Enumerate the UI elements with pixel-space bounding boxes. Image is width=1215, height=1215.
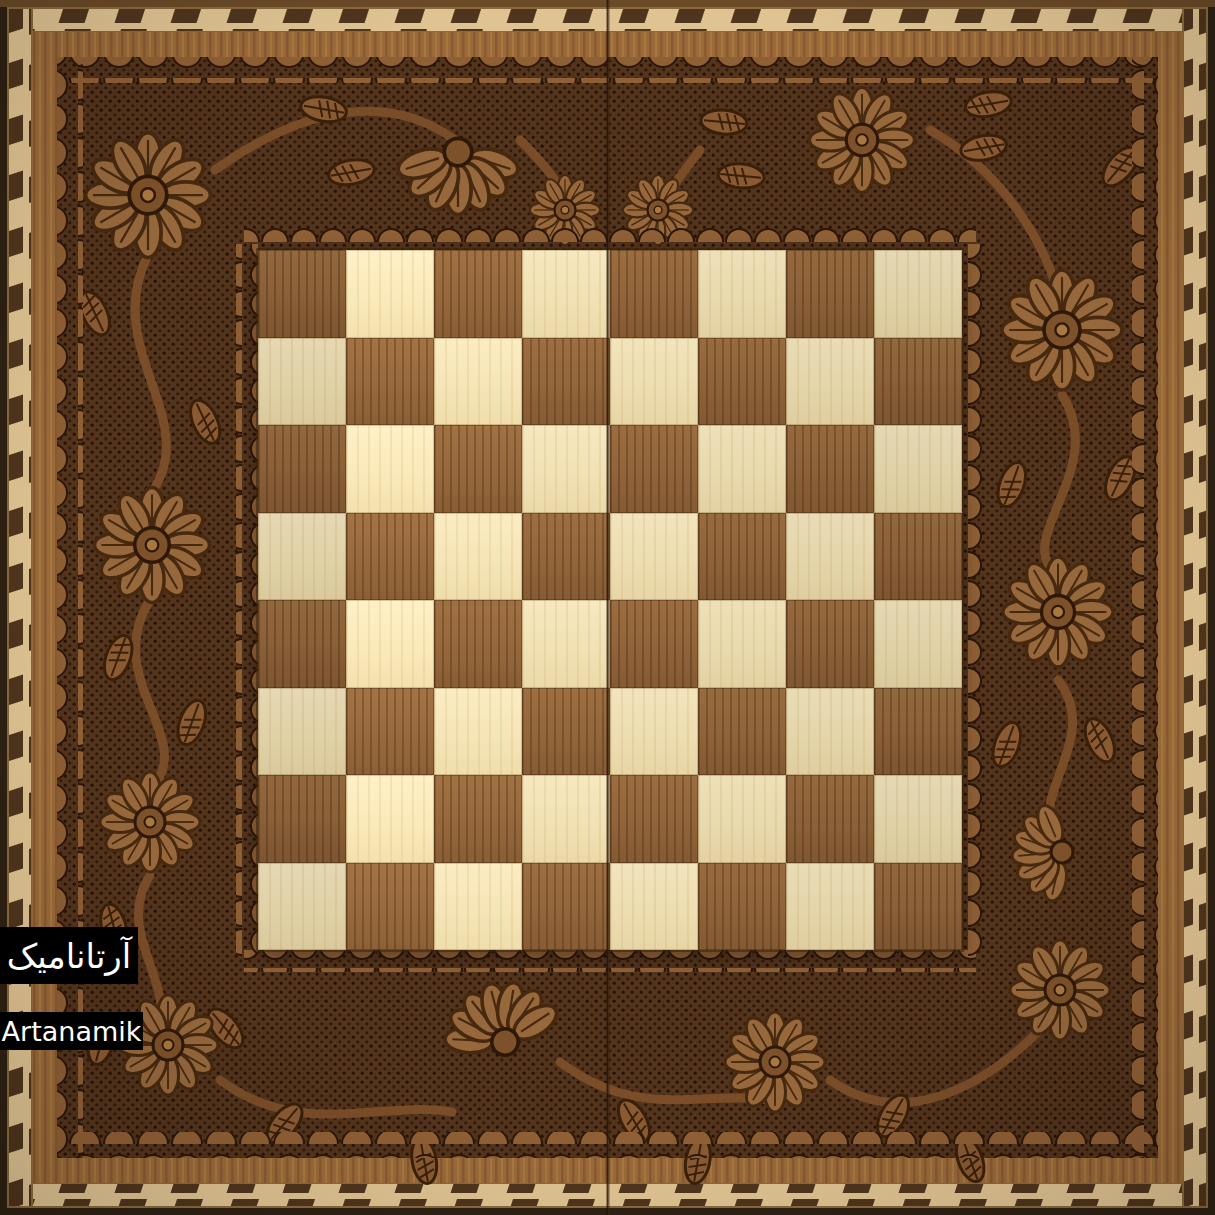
board-square-e7[interactable] — [610, 338, 698, 426]
board-square-a3[interactable] — [258, 688, 346, 776]
board-square-h2[interactable] — [874, 775, 962, 863]
board-square-f5[interactable] — [698, 513, 786, 601]
board-square-b6[interactable] — [346, 425, 434, 513]
carved-chess-board-photo: آرتانامیک Artanamik — [0, 0, 1215, 1215]
watermark-farsi: آرتانامیک — [0, 927, 138, 984]
board-square-a4[interactable] — [258, 600, 346, 688]
board-square-f4[interactable] — [698, 600, 786, 688]
board-square-d7[interactable] — [522, 338, 610, 426]
board-square-d3[interactable] — [522, 688, 610, 776]
board-square-g2[interactable] — [786, 775, 874, 863]
board-square-c4[interactable] — [434, 600, 522, 688]
board-square-b2[interactable] — [346, 775, 434, 863]
board-square-c3[interactable] — [434, 688, 522, 776]
board-square-g4[interactable] — [786, 600, 874, 688]
board-square-f7[interactable] — [698, 338, 786, 426]
board-square-g7[interactable] — [786, 338, 874, 426]
board-square-e2[interactable] — [610, 775, 698, 863]
board-square-a8[interactable] — [258, 250, 346, 338]
board-square-h7[interactable] — [874, 338, 962, 426]
board-square-b1[interactable] — [346, 863, 434, 951]
board-square-e8[interactable] — [610, 250, 698, 338]
board-square-a6[interactable] — [258, 425, 346, 513]
board-square-c6[interactable] — [434, 425, 522, 513]
board-square-c2[interactable] — [434, 775, 522, 863]
board-square-h3[interactable] — [874, 688, 962, 776]
board-square-h5[interactable] — [874, 513, 962, 601]
board-square-e4[interactable] — [610, 600, 698, 688]
board-square-a2[interactable] — [258, 775, 346, 863]
board-square-e5[interactable] — [610, 513, 698, 601]
board-square-f6[interactable] — [698, 425, 786, 513]
board-square-g1[interactable] — [786, 863, 874, 951]
board-square-c7[interactable] — [434, 338, 522, 426]
board-square-h4[interactable] — [874, 600, 962, 688]
board-square-b5[interactable] — [346, 513, 434, 601]
chess-board — [258, 250, 962, 950]
board-square-e6[interactable] — [610, 425, 698, 513]
board-square-d6[interactable] — [522, 425, 610, 513]
board-square-e1[interactable] — [610, 863, 698, 951]
board-square-d1[interactable] — [522, 863, 610, 951]
board-square-d8[interactable] — [522, 250, 610, 338]
board-square-h6[interactable] — [874, 425, 962, 513]
board-square-c8[interactable] — [434, 250, 522, 338]
board-square-g8[interactable] — [786, 250, 874, 338]
board-square-b3[interactable] — [346, 688, 434, 776]
board-square-g5[interactable] — [786, 513, 874, 601]
board-fold-seam — [606, 0, 610, 1215]
board-square-d2[interactable] — [522, 775, 610, 863]
board-square-e3[interactable] — [610, 688, 698, 776]
board-square-d5[interactable] — [522, 513, 610, 601]
board-square-b4[interactable] — [346, 600, 434, 688]
board-square-f2[interactable] — [698, 775, 786, 863]
board-square-c1[interactable] — [434, 863, 522, 951]
board-square-d4[interactable] — [522, 600, 610, 688]
board-square-a1[interactable] — [258, 863, 346, 951]
watermark-latin: Artanamik — [0, 1012, 143, 1050]
board-square-f8[interactable] — [698, 250, 786, 338]
board-square-f1[interactable] — [698, 863, 786, 951]
board-square-g3[interactable] — [786, 688, 874, 776]
board-square-h1[interactable] — [874, 863, 962, 951]
board-square-a5[interactable] — [258, 513, 346, 601]
board-square-b8[interactable] — [346, 250, 434, 338]
board-square-h8[interactable] — [874, 250, 962, 338]
board-square-c5[interactable] — [434, 513, 522, 601]
board-square-g6[interactable] — [786, 425, 874, 513]
board-square-f3[interactable] — [698, 688, 786, 776]
board-square-b7[interactable] — [346, 338, 434, 426]
board-square-a7[interactable] — [258, 338, 346, 426]
